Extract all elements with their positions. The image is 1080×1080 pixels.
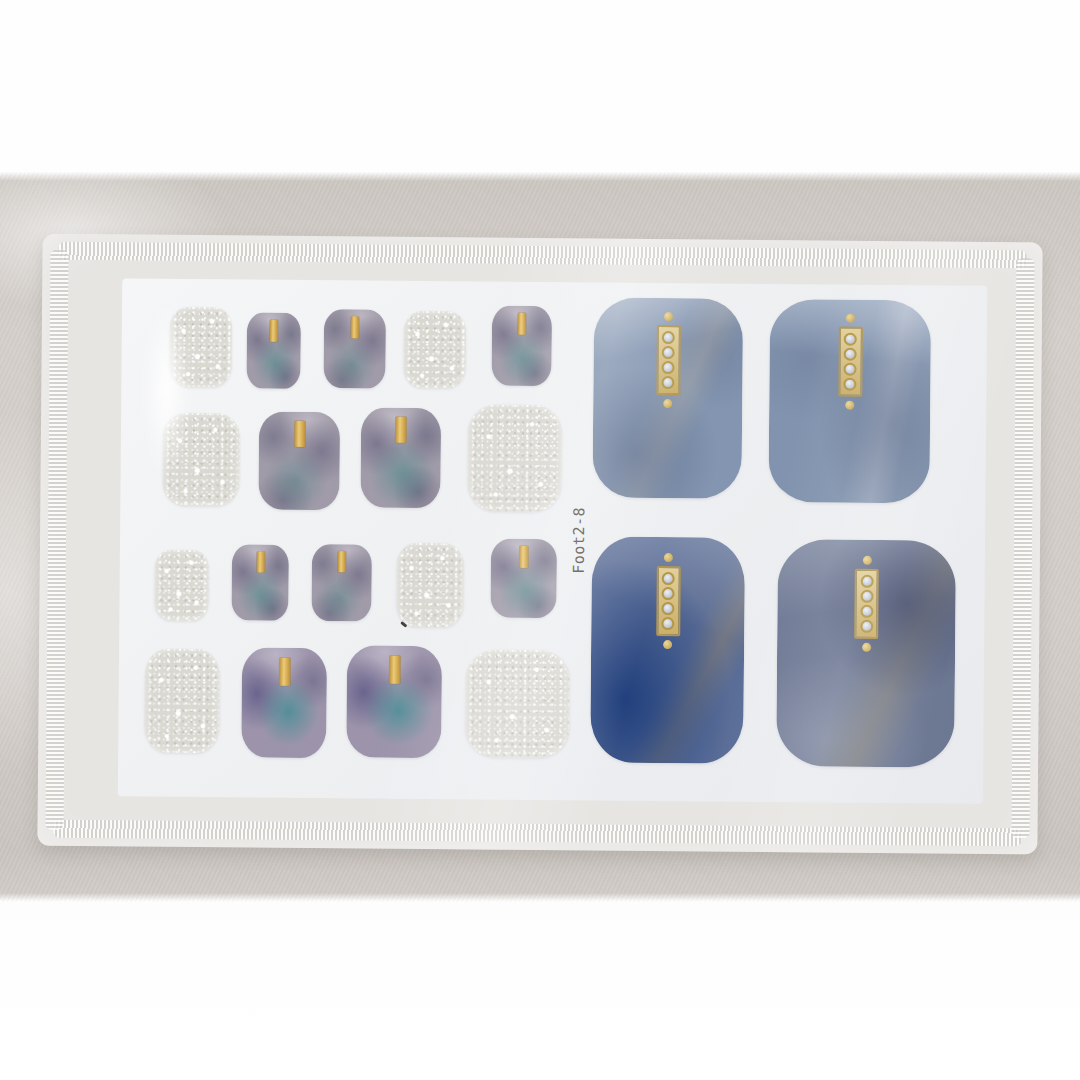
nail-sticker-large-navy <box>590 536 745 763</box>
nail-sticker-glitter <box>162 413 240 507</box>
rhinestone-circle <box>860 575 873 588</box>
nail-sticker-marble-v2 <box>258 412 340 511</box>
sleeve-crimp-seal-right <box>1011 258 1034 838</box>
gold-rhinestone-ornament <box>838 314 863 410</box>
nail-sticker-glitter <box>396 543 464 628</box>
sleeve-crimp-seal-left <box>45 250 68 830</box>
gold-dot <box>664 553 673 562</box>
gold-dot <box>663 640 672 649</box>
gold-dot <box>862 556 871 565</box>
nail-sticker-marble-v3 <box>241 647 327 758</box>
gold-frame <box>838 327 863 397</box>
nail-sticker-marble-v1 <box>246 312 301 388</box>
gold-bar-accent <box>395 417 406 443</box>
rhinestone-circle <box>662 346 675 359</box>
nail-sticker-sheet: Foot2-8 <box>118 278 987 804</box>
gold-bar-accent <box>518 313 526 335</box>
rhinestone-circle <box>844 348 857 361</box>
gold-bar-accent <box>294 421 305 447</box>
rhinestone-circle <box>661 602 674 615</box>
rhinestone-circle <box>843 363 856 376</box>
nail-sticker-large-slate2 <box>768 299 931 503</box>
gold-dot <box>663 399 672 408</box>
nail-sticker-marble-v2 <box>311 544 372 622</box>
gold-bar-accent <box>338 551 346 572</box>
rhinestone-circle <box>860 620 873 633</box>
nail-sticker-marble-v1 <box>231 544 289 620</box>
rhinestone-circle <box>662 572 675 585</box>
nail-sticker-glitter <box>154 550 209 621</box>
gold-bar-accent <box>519 546 528 568</box>
nail-sticker-marble-v1 <box>491 306 552 387</box>
sleeve-crimp-seal-bottom <box>53 820 1021 846</box>
rhinestone-circle <box>860 605 873 618</box>
nail-sticker-glitter <box>467 404 562 512</box>
nail-sticker-marble-v1 <box>360 407 441 508</box>
product-code-label: Foot2-8 <box>569 498 590 582</box>
nail-sticker-marble-v1 <box>490 539 557 619</box>
nail-sticker-large-slate <box>592 297 743 498</box>
gold-frame <box>656 566 681 636</box>
rhinestone-circle <box>662 587 675 600</box>
rhinestone-circle <box>844 333 857 346</box>
nail-sticker-marble-v3 <box>346 645 442 758</box>
gold-rhinestone-ornament <box>656 312 681 408</box>
rhinestone-circle <box>843 378 856 391</box>
nail-sticker-glitter <box>144 649 220 754</box>
nail-sticker-large-dusk <box>776 539 956 768</box>
sticker-grid <box>122 278 987 286</box>
gold-dot <box>846 314 855 323</box>
gold-frame <box>854 569 879 639</box>
nail-sticker-marble-v2 <box>323 309 386 389</box>
sleeve-crimp-seal-top <box>58 242 1026 268</box>
rhinestone-circle <box>860 590 873 603</box>
rhinestone-circle <box>661 617 674 630</box>
gold-dot <box>862 643 871 652</box>
gold-frame <box>656 325 681 395</box>
photo-scene: Foot2-8 <box>0 0 1080 1080</box>
rhinestone-circle <box>661 361 674 374</box>
plastic-sleeve: Foot2-8 <box>37 234 1042 855</box>
gold-bar-accent <box>389 656 400 684</box>
gold-dot <box>664 312 673 321</box>
gold-bar-accent <box>279 658 290 686</box>
nail-sticker-glitter <box>403 311 466 389</box>
nail-sticker-glitter <box>465 649 570 758</box>
gold-rhinestone-ornament <box>656 553 681 649</box>
rhinestone-circle <box>661 376 674 389</box>
gold-bar-accent <box>270 319 278 341</box>
nail-sticker-glitter <box>169 307 232 388</box>
gold-bar-accent <box>351 316 359 338</box>
rhinestone-circle <box>662 331 675 344</box>
gold-bar-accent <box>256 551 264 572</box>
gold-dot <box>845 401 854 410</box>
gold-rhinestone-ornament <box>854 556 879 652</box>
